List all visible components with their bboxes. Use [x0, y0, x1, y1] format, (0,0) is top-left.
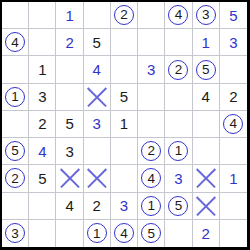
given-digit: 2: [11, 172, 19, 186]
cell-r5c5[interactable]: 1: [111, 111, 138, 138]
cell-r2c8[interactable]: 1: [193, 29, 220, 56]
circle-mark: 1: [87, 223, 107, 243]
given-digit: 3: [38, 89, 46, 104]
x-mark-icon: [86, 86, 107, 107]
cell-r9c5[interactable]: 4: [111, 220, 138, 247]
cell-r2c3[interactable]: 2: [56, 29, 83, 56]
entered-digit: 3: [229, 35, 237, 50]
circle-mark: 2: [168, 60, 188, 80]
cell-r1c9[interactable]: 5: [220, 2, 247, 29]
given-digit: 4: [11, 36, 19, 50]
circle-mark: 4: [5, 32, 25, 52]
given-digit: 1: [147, 199, 155, 213]
cell-r3c7[interactable]: 2: [165, 56, 192, 83]
cell-r2c9[interactable]: 3: [220, 29, 247, 56]
circle-mark: 2: [114, 5, 134, 25]
cell-r8c1[interactable]: [2, 193, 29, 220]
given-digit: 2: [38, 116, 46, 131]
cell-r3c5[interactable]: [111, 56, 138, 83]
cell-r1c2[interactable]: [29, 2, 56, 29]
cell-r4c5[interactable]: 5: [111, 84, 138, 111]
given-digit: 4: [147, 172, 155, 186]
cell-r5c3[interactable]: 5: [56, 111, 83, 138]
given-digit: 5: [11, 144, 19, 158]
cell-r4c7[interactable]: [165, 84, 192, 111]
cell-r7c6[interactable]: 4: [138, 165, 165, 192]
given-digit: 4: [120, 227, 128, 241]
cell-r7c2[interactable]: 5: [29, 165, 56, 192]
circle-mark: 1: [141, 196, 161, 216]
circle-mark: 3: [196, 5, 216, 25]
entered-digit: 1: [65, 8, 73, 23]
cell-r5c6[interactable]: [138, 111, 165, 138]
cell-r2c1[interactable]: 4: [2, 29, 29, 56]
entered-digit: 3: [93, 116, 101, 131]
cell-r6c1[interactable]: 5: [2, 138, 29, 165]
cell-r6c4[interactable]: [84, 138, 111, 165]
cell-r8c3[interactable]: 4: [56, 193, 83, 220]
circle-mark: 1: [168, 141, 188, 161]
given-digit: 4: [175, 8, 183, 22]
x-mark-icon: [195, 168, 216, 189]
entered-digit: 3: [174, 171, 182, 186]
entered-digit: 2: [65, 35, 73, 50]
cell-r2c7[interactable]: [165, 29, 192, 56]
cell-r3c4[interactable]: 4: [84, 56, 111, 83]
cell-r5c8[interactable]: [193, 111, 220, 138]
entered-digit: 5: [229, 8, 237, 23]
cell-r2c4[interactable]: 5: [84, 29, 111, 56]
given-digit: 3: [11, 227, 19, 241]
cell-r5c2[interactable]: 2: [29, 111, 56, 138]
cell-r1c7[interactable]: 4: [165, 2, 192, 29]
cell-r4c8[interactable]: 4: [193, 84, 220, 111]
entered-digit: 1: [201, 35, 209, 50]
cell-r7c7[interactable]: 3: [165, 165, 192, 192]
cell-r5c4[interactable]: 3: [84, 111, 111, 138]
cell-r7c1[interactable]: 2: [2, 165, 29, 192]
given-digit: 1: [120, 116, 128, 131]
circle-mark: 4: [114, 223, 134, 243]
cell-r3c9[interactable]: [220, 56, 247, 83]
cell-r6c6[interactable]: 2: [138, 138, 165, 165]
cell-r5c1[interactable]: [2, 111, 29, 138]
given-digit: 2: [120, 8, 128, 22]
given-digit: 2: [93, 198, 101, 213]
given-digit: 5: [202, 63, 210, 77]
cell-r1c3[interactable]: 1: [56, 2, 83, 29]
cell-r1c5[interactable]: 2: [111, 2, 138, 29]
given-digit: 3: [202, 8, 210, 22]
cell-r8c6[interactable]: 1: [138, 193, 165, 220]
cell-r9c8[interactable]: 2: [193, 220, 220, 247]
cell-r1c8[interactable]: 3: [193, 2, 220, 29]
cell-r7c8[interactable]: [193, 165, 220, 192]
given-digit: 4: [230, 117, 238, 131]
cell-r7c9[interactable]: 1: [220, 165, 247, 192]
given-digit: 5: [93, 35, 101, 50]
circle-mark: 4: [223, 114, 243, 134]
given-digit: 1: [38, 62, 46, 77]
given-digit: 5: [175, 199, 183, 213]
cell-r8c4[interactable]: 2: [84, 193, 111, 220]
cell-r8c8[interactable]: [193, 193, 220, 220]
cell-r8c2[interactable]: [29, 193, 56, 220]
given-digit: 1: [93, 227, 101, 241]
cell-r9c9[interactable]: [220, 220, 247, 247]
cell-r8c5[interactable]: 3: [111, 193, 138, 220]
cell-r9c3[interactable]: [56, 220, 83, 247]
circle-mark: 1: [5, 87, 25, 107]
entered-digit: 2: [201, 226, 209, 241]
cell-r4c9[interactable]: 2: [220, 84, 247, 111]
cell-r6c9[interactable]: [220, 138, 247, 165]
entered-digit: 1: [229, 171, 237, 186]
cell-r7c3[interactable]: [56, 165, 83, 192]
cell-r7c4[interactable]: [84, 165, 111, 192]
cell-r3c2[interactable]: 1: [29, 56, 56, 83]
given-digit: 1: [175, 144, 183, 158]
cell-r5c7[interactable]: [165, 111, 192, 138]
cell-r7c5[interactable]: [111, 165, 138, 192]
cell-r4c3[interactable]: [56, 84, 83, 111]
cell-r6c3[interactable]: 3: [56, 138, 83, 165]
cell-r9c1[interactable]: 3: [2, 220, 29, 247]
cell-r1c4[interactable]: [84, 2, 111, 29]
x-mark-icon: [86, 168, 107, 189]
circle-mark: 4: [141, 168, 161, 188]
given-digit: 5: [120, 89, 128, 104]
given-digit: 2: [147, 144, 155, 158]
given-digit: 2: [229, 89, 237, 104]
cell-r9c7[interactable]: [165, 220, 192, 247]
cell-r4c4[interactable]: [84, 84, 111, 111]
cell-r2c6[interactable]: [138, 29, 165, 56]
given-digit: 3: [65, 144, 73, 159]
circle-mark: 5: [196, 60, 216, 80]
entered-digit: 4: [38, 144, 46, 159]
cell-r4c6[interactable]: [138, 84, 165, 111]
cell-r6c5[interactable]: [111, 138, 138, 165]
cell-r5c9[interactable]: 4: [220, 111, 247, 138]
cell-r9c4[interactable]: 1: [84, 220, 111, 247]
x-mark-icon: [59, 168, 80, 189]
cell-r3c1[interactable]: [2, 56, 29, 83]
given-digit: 4: [65, 198, 73, 213]
cell-r8c9[interactable]: [220, 193, 247, 220]
cell-r4c1[interactable]: 1: [2, 84, 29, 111]
given-digit: 5: [65, 116, 73, 131]
entered-digit: 3: [147, 62, 155, 77]
cell-r3c3[interactable]: [56, 56, 83, 83]
cell-r9c6[interactable]: 5: [138, 220, 165, 247]
circle-mark: 3: [5, 223, 25, 243]
cell-r3c8[interactable]: 5: [193, 56, 220, 83]
circle-mark: 4: [168, 5, 188, 25]
circle-mark: 5: [141, 223, 161, 243]
entered-digit: 3: [120, 198, 128, 213]
cell-r4c2[interactable]: 3: [29, 84, 56, 111]
cell-r2c2[interactable]: [29, 29, 56, 56]
cell-r6c2[interactable]: 4: [29, 138, 56, 165]
entered-digit: 4: [93, 62, 101, 77]
given-digit: 5: [147, 227, 155, 241]
cell-r3c6[interactable]: 3: [138, 56, 165, 83]
circle-mark: 2: [141, 141, 161, 161]
cell-r1c6[interactable]: [138, 2, 165, 29]
cell-r2c5[interactable]: [111, 29, 138, 56]
circle-mark: 2: [5, 168, 25, 188]
cell-r6c8[interactable]: [193, 138, 220, 165]
given-digit: 1: [11, 90, 19, 104]
cell-r8c7[interactable]: 5: [165, 193, 192, 220]
given-digit: 4: [201, 89, 209, 104]
cell-r9c2[interactable]: [29, 220, 56, 247]
circle-mark: 5: [5, 141, 25, 161]
x-mark-icon: [195, 195, 216, 216]
given-digit: 5: [38, 171, 46, 186]
cell-r1c1[interactable]: [2, 2, 29, 29]
cell-r6c7[interactable]: 1: [165, 138, 192, 165]
given-digit: 2: [175, 63, 183, 77]
puzzle-board: 1243542513143251354225314543212543142315…: [0, 0, 250, 250]
circle-mark: 5: [168, 196, 188, 216]
